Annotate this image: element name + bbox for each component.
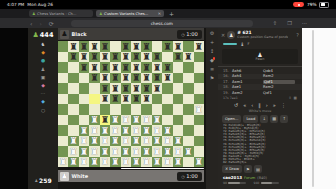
board-square[interactable] xyxy=(183,73,193,84)
board-square[interactable]: ♜ xyxy=(131,146,141,157)
social-icon[interactable]: ♟ xyxy=(41,68,45,73)
board-square[interactable] xyxy=(162,115,172,126)
white-rook-piece: ♜ xyxy=(69,136,78,146)
board-square[interactable]: ♜ xyxy=(141,41,151,52)
board-square[interactable] xyxy=(121,104,131,115)
playback-control-icon[interactable]: « xyxy=(243,102,246,108)
black-rook-piece: ♜ xyxy=(111,63,120,73)
black-rook-piece: ♜ xyxy=(101,63,110,73)
footer-icon[interactable]: ⇧ xyxy=(289,96,292,100)
board-square[interactable]: ♜ xyxy=(100,62,110,73)
board-square[interactable]: ♜ xyxy=(141,62,151,73)
board-square[interactable] xyxy=(194,136,204,147)
board-square[interactable] xyxy=(110,41,120,52)
black-move[interactable]: Qxb4 xyxy=(263,69,294,73)
board-square[interactable]: ♜ xyxy=(79,62,89,73)
forward-button[interactable]: › xyxy=(39,20,41,27)
white-rook-piece: ♜ xyxy=(80,126,89,136)
board-square[interactable]: ♜ xyxy=(68,52,78,63)
board-square[interactable] xyxy=(58,104,68,115)
resign-flag-button[interactable]: ⚑ xyxy=(244,165,252,173)
black-rook-piece: ♜ xyxy=(90,63,99,73)
move-number: 18. xyxy=(223,85,232,89)
board-square[interactable]: ♜ xyxy=(100,94,110,105)
logo-pawn-icon: ♟ xyxy=(33,31,39,39)
board-square[interactable] xyxy=(68,104,78,115)
board-square[interactable] xyxy=(183,136,193,147)
board-square[interactable]: ♜ xyxy=(173,157,183,168)
load-button[interactable]: Load xyxy=(243,115,258,123)
black-rook-piece: ♜ xyxy=(90,73,99,83)
black-rook-piece: ♜ xyxy=(142,63,151,73)
board-square[interactable] xyxy=(183,83,193,94)
tv-icon[interactable]: ▣ xyxy=(41,76,46,81)
board-square[interactable] xyxy=(194,73,204,84)
board-square[interactable]: ♜ xyxy=(89,115,99,126)
close-icon[interactable]: ✕ xyxy=(221,32,225,38)
board-square[interactable] xyxy=(183,157,193,168)
white-rook-piece: ♜ xyxy=(153,115,162,125)
board-square[interactable] xyxy=(152,104,162,115)
white-move[interactable]: Axe1 xyxy=(232,85,263,89)
board-square[interactable]: ♜ xyxy=(131,136,141,147)
board-square[interactable]: ♜ xyxy=(89,41,99,52)
playback-control-icon[interactable]: ‖ xyxy=(258,102,261,108)
black-move[interactable]: Rxm2 xyxy=(263,74,294,78)
playback-controls: ↺«‹‖›»⋮ xyxy=(218,100,302,109)
board-square[interactable] xyxy=(141,104,151,115)
white-move[interactable]: Axm2 xyxy=(232,91,263,95)
board-square[interactable] xyxy=(79,73,89,84)
board-square[interactable] xyxy=(79,115,89,126)
board-square[interactable]: ♜ xyxy=(152,157,162,168)
board-square[interactable]: ♜ xyxy=(110,115,120,126)
black-move[interactable]: Qxf1 xyxy=(263,91,294,95)
board-square[interactable]: ♜ xyxy=(89,157,99,168)
white-rook-piece: ♜ xyxy=(122,157,131,167)
board-square[interactable] xyxy=(68,62,78,73)
board-square[interactable]: ♜ xyxy=(173,52,183,63)
board-square[interactable] xyxy=(58,136,68,147)
black-avatar[interactable]: ♟ xyxy=(60,30,69,39)
board-square[interactable]: ♜ xyxy=(131,52,141,63)
board-square[interactable] xyxy=(68,73,78,84)
move-list-table: 15.Axh6Qxb416.Axh4Rxm217.Axm1Qxf118.Axe1… xyxy=(218,68,302,95)
white-rook-piece: ♜ xyxy=(90,115,99,125)
board-square[interactable]: ♜ xyxy=(100,41,110,52)
board-square[interactable]: ♜ xyxy=(141,115,151,126)
board-square[interactable] xyxy=(79,83,89,94)
board-square[interactable]: ♜ xyxy=(110,62,120,73)
white-rook-piece: ♜ xyxy=(163,157,172,167)
board-square[interactable]: ♜ xyxy=(110,52,120,63)
board-square[interactable] xyxy=(183,94,193,105)
tab-custom-variants[interactable]: ♟ Custom Variants Ches... ✕ xyxy=(96,10,164,17)
more-icon[interactable]: ⋯ xyxy=(41,92,46,97)
white-move[interactable]: Axh4 xyxy=(232,74,263,78)
board-square[interactable] xyxy=(183,125,193,136)
board-square[interactable]: ♜ xyxy=(100,125,110,136)
board-square[interactable]: ♜ xyxy=(162,62,172,73)
board-square[interactable]: ♜ xyxy=(152,136,162,147)
board-square[interactable] xyxy=(79,94,89,105)
board-square[interactable]: ♜ xyxy=(194,157,204,168)
premium-icon[interactable]: ◆ xyxy=(41,100,45,105)
black-rook-piece: ♜ xyxy=(101,84,110,94)
board-square[interactable] xyxy=(58,62,68,73)
board-square[interactable]: ♜ xyxy=(110,136,120,147)
white-rook-piece: ♜ xyxy=(90,147,99,157)
black-rook-piece: ♜ xyxy=(142,42,151,52)
board-square[interactable] xyxy=(183,41,193,52)
board-square[interactable] xyxy=(194,94,204,105)
board-square[interactable] xyxy=(58,146,68,157)
board-square[interactable]: ♜ xyxy=(141,94,151,105)
board-square[interactable]: ♜ xyxy=(89,125,99,136)
game-avatar: ♟ xyxy=(227,31,235,39)
board-square[interactable]: ♜ xyxy=(121,125,131,136)
eval-text: 17s 7ae1 xyxy=(223,96,238,100)
board-square[interactable] xyxy=(152,41,162,52)
recording-pill-icon[interactable] xyxy=(293,2,304,7)
new-game-icon[interactable]: + xyxy=(210,40,214,45)
tab-chess-variants[interactable]: ♟ Chess Variants - Ch... xyxy=(29,10,93,17)
move-number: 16. xyxy=(223,74,232,78)
board-square[interactable]: ♜ xyxy=(89,62,99,73)
panel-icon-button[interactable]: ▦ xyxy=(270,115,278,123)
sidebar-bottom-counter: ♟ 259 xyxy=(28,177,58,184)
board-square[interactable]: ♜ xyxy=(79,146,89,157)
board-square[interactable]: ♜ xyxy=(131,157,141,168)
board-square[interactable] xyxy=(194,52,204,63)
reload-button[interactable]: ⟳ xyxy=(49,20,54,27)
board-square[interactable] xyxy=(89,94,99,105)
playback-control-icon[interactable]: ↺ xyxy=(234,102,238,108)
board-square[interactable]: ♜ xyxy=(79,125,89,136)
board-square[interactable]: ♜ xyxy=(152,73,162,84)
black-move[interactable]: Rxm2 xyxy=(263,85,294,89)
board-square[interactable]: ♜ xyxy=(152,62,162,73)
board-square[interactable]: ♜ xyxy=(121,136,131,147)
white-rook-piece: ♜ xyxy=(163,147,172,157)
menu-lines-icon[interactable]: ≡ xyxy=(210,67,214,72)
black-rook-piece: ♜ xyxy=(101,42,110,52)
board-square[interactable]: ♜ xyxy=(100,83,110,94)
board-square[interactable]: ♜ xyxy=(68,41,78,52)
settings-gear-icon[interactable]: ⚙ xyxy=(210,31,214,36)
board-square[interactable]: ♜ xyxy=(141,83,151,94)
board-square[interactable]: ♜ xyxy=(131,125,141,136)
black-move[interactable]: Qxf1 xyxy=(263,80,295,84)
board-square[interactable]: ♜ xyxy=(68,157,78,168)
watch-icon[interactable]: ● xyxy=(41,59,45,64)
board-square[interactable] xyxy=(183,115,193,126)
board-square[interactable]: ♜ xyxy=(58,157,68,168)
board-square[interactable]: ♜ xyxy=(152,115,162,126)
address-bar[interactable]: chess.com xyxy=(71,20,253,27)
playback-control-icon[interactable]: ‹ xyxy=(251,102,253,108)
board-square[interactable] xyxy=(183,104,193,115)
board-square[interactable]: ♜ xyxy=(141,157,151,168)
black-rook-piece: ♜ xyxy=(80,63,89,73)
board-square[interactable] xyxy=(58,73,68,84)
board-square[interactable] xyxy=(162,94,172,105)
board-square[interactable] xyxy=(79,104,89,115)
board-square[interactable] xyxy=(162,83,172,94)
board-square[interactable]: ♜ xyxy=(89,136,99,147)
board-square[interactable] xyxy=(68,83,78,94)
board-square[interactable] xyxy=(173,62,183,73)
board-square[interactable] xyxy=(131,104,141,115)
board-square[interactable]: ♜ xyxy=(121,115,131,126)
url-text: chess.com xyxy=(151,21,173,26)
board-square[interactable]: ♜ xyxy=(131,83,141,94)
board-square[interactable]: ♜ xyxy=(121,157,131,168)
board-square[interactable] xyxy=(152,94,162,105)
move-log[interactable]: 70. Rxh6(d6)+ · Bfxg5(j5)71. Rc8(j5)+ · … xyxy=(218,123,302,164)
board-square[interactable] xyxy=(173,115,183,126)
board-square[interactable]: ♜ xyxy=(110,125,120,136)
white-rook-piece: ♜ xyxy=(132,147,141,157)
white-avatar[interactable]: ♟ xyxy=(60,172,69,181)
move-list-footer-icons: ⇧▦ xyxy=(287,96,297,100)
board-square[interactable]: ♜ xyxy=(110,157,120,168)
board-square[interactable] xyxy=(58,115,68,126)
board-square[interactable]: ♜ xyxy=(173,41,183,52)
board-square[interactable]: ♜ xyxy=(121,62,131,73)
more-menu-icon[interactable]: ⋯ xyxy=(302,20,307,26)
board-square[interactable]: ♜ xyxy=(89,73,99,84)
board-square[interactable]: ♜ xyxy=(194,104,204,115)
board-square[interactable]: ♜ xyxy=(100,115,110,126)
board-square[interactable]: ♜ xyxy=(121,73,131,84)
white-move[interactable]: Axm1 xyxy=(232,80,263,84)
bottom-player-bar: ♟ White ◷ 1:00 xyxy=(58,170,204,182)
white-clock-time: 1:00 xyxy=(186,173,198,179)
board-square[interactable]: ♜ xyxy=(141,73,151,84)
board-square[interactable]: ♜ xyxy=(110,73,120,84)
board-square[interactable]: ♜ xyxy=(100,73,110,84)
flag-icon[interactable]: ⚑ xyxy=(210,76,214,81)
board-square[interactable] xyxy=(58,83,68,94)
variant-piece-icon: ♝ xyxy=(240,41,244,47)
tabs-overview-icon[interactable]: ❐ xyxy=(287,20,292,26)
board-square[interactable] xyxy=(58,125,68,136)
board-square[interactable]: ♜ xyxy=(131,115,141,126)
board-square[interactable]: ♜ xyxy=(183,146,193,157)
white-rook-piece: ♜ xyxy=(132,115,141,125)
board-square[interactable] xyxy=(58,94,68,105)
board-square[interactable]: ♜ xyxy=(110,83,120,94)
board-square[interactable] xyxy=(173,73,183,84)
white-rook-piece: ♜ xyxy=(174,157,183,167)
alerts-icon[interactable]: ◆ xyxy=(210,58,214,63)
browser-toolbar: ‹ › ⟳ chess.com ⇧ ❐ ⋯ xyxy=(0,18,336,28)
board-square[interactable]: ♜ xyxy=(131,73,141,84)
status-date: Mon Aug 26 xyxy=(27,2,53,7)
board-square[interactable]: ♜ xyxy=(121,94,131,105)
panel-icon-button[interactable]: ↑ xyxy=(280,115,288,123)
board-square[interactable] xyxy=(58,41,68,52)
variants-side-panel: ✕ ♟ # 621 Custom position Game of ponds … xyxy=(218,28,302,189)
board-square[interactable]: ♜ xyxy=(100,136,110,147)
share-icon[interactable]: ⇧ xyxy=(273,20,277,26)
board-square[interactable]: ♜ xyxy=(89,52,99,63)
back-button[interactable]: ‹ xyxy=(30,20,32,27)
board-square[interactable]: ♜ xyxy=(131,62,141,73)
white-rook-piece: ♜ xyxy=(163,126,172,136)
black-rook-piece: ♜ xyxy=(142,52,151,62)
white-rook-piece: ♜ xyxy=(195,157,204,167)
scrollbar[interactable] xyxy=(312,30,314,187)
banner-label: Pawn xyxy=(256,58,265,62)
board-options-button[interactable]: ▤ xyxy=(254,165,262,173)
board-square[interactable]: ♜ xyxy=(162,41,172,52)
board-square[interactable]: ♜ xyxy=(121,41,131,52)
board-square[interactable]: ♜ xyxy=(89,146,99,157)
board-square[interactable]: ♜ xyxy=(100,157,110,168)
board-square[interactable]: ♜ xyxy=(194,41,204,52)
board-square[interactable]: ♜ xyxy=(162,146,172,157)
board-square[interactable] xyxy=(194,146,204,157)
play-icon[interactable]: ♞ xyxy=(41,43,45,48)
board-square[interactable]: ♜ xyxy=(141,52,151,63)
board-square[interactable]: ♜ xyxy=(121,146,131,157)
close-tab-icon[interactable]: ✕ xyxy=(158,11,161,16)
board-square[interactable] xyxy=(173,104,183,115)
white-rook-piece: ♜ xyxy=(174,147,183,157)
board-square[interactable] xyxy=(162,104,172,115)
board-square[interactable] xyxy=(183,62,193,73)
white-rook-piece: ♜ xyxy=(90,157,99,167)
board-square[interactable] xyxy=(162,52,172,63)
board-square[interactable] xyxy=(68,94,78,105)
board-square[interactable]: ♜ xyxy=(162,136,172,147)
board-square[interactable]: ♜ xyxy=(152,52,162,63)
board-square[interactable] xyxy=(110,104,120,115)
black-rook-piece: ♜ xyxy=(69,52,78,62)
board-square[interactable]: ♜ xyxy=(141,136,151,147)
board-square[interactable]: ♜ xyxy=(183,52,193,63)
variant-letter: F xyxy=(247,42,249,46)
board-square[interactable] xyxy=(100,104,110,115)
board-square[interactable]: ♜ xyxy=(162,157,172,168)
board-square[interactable]: ♜ xyxy=(131,41,141,52)
white-rook-piece: ♜ xyxy=(101,136,110,146)
board-square[interactable]: ♜ xyxy=(121,52,131,63)
meter-fill xyxy=(228,182,239,184)
board-square[interactable]: ♜ xyxy=(152,125,162,136)
black-rook-piece: ♜ xyxy=(153,84,162,94)
white-rook-piece: ♜ xyxy=(80,147,89,157)
new-tab-button[interactable]: + xyxy=(169,10,174,17)
black-rook-piece: ♜ xyxy=(132,94,141,104)
white-rook-piece: ♜ xyxy=(90,136,99,146)
board-square[interactable] xyxy=(68,115,78,126)
board-square[interactable]: ♜ xyxy=(68,136,78,147)
white-move[interactable]: Axh6 xyxy=(232,69,263,73)
board-square[interactable] xyxy=(89,104,99,115)
white-rook-piece: ♜ xyxy=(122,147,131,157)
help-icon[interactable]: ? xyxy=(296,32,299,38)
board-square[interactable]: ♜ xyxy=(162,73,172,84)
board-square[interactable]: ♜ xyxy=(121,83,131,94)
board-square[interactable]: ♜ xyxy=(110,146,120,157)
meter-track xyxy=(228,182,246,184)
board-square[interactable]: ♜ xyxy=(100,146,110,157)
news-icon[interactable]: ◆ xyxy=(41,84,45,89)
board-square[interactable]: ♜ xyxy=(110,94,120,105)
black-rook-piece: ♜ xyxy=(132,63,141,73)
board-square[interactable]: ♜ xyxy=(68,146,78,157)
board-square[interactable] xyxy=(173,125,183,136)
chesscom-logo[interactable]: ♟ 444 xyxy=(28,28,58,41)
page-right-margin xyxy=(302,28,336,189)
board-square[interactable]: ♜ xyxy=(152,83,162,94)
white-rook-piece: ♜ xyxy=(80,157,89,167)
open-button[interactable]: Open... xyxy=(222,115,241,123)
board-square[interactable]: ♜ xyxy=(173,146,183,157)
board-square[interactable] xyxy=(194,125,204,136)
white-rook-piece: ♜ xyxy=(153,157,162,167)
white-rook-piece: ♜ xyxy=(132,157,141,167)
board-square[interactable]: ♜ xyxy=(79,41,89,52)
playback-control-icon[interactable]: › xyxy=(266,102,268,108)
board-square[interactable] xyxy=(194,62,204,73)
playback-control-icon[interactable]: ⋮ xyxy=(281,102,286,108)
draw-button[interactable]: ✕ Draw xyxy=(222,165,242,173)
learn-icon[interactable]: ◆ xyxy=(41,51,45,56)
playback-control-icon[interactable]: » xyxy=(273,102,276,108)
board-square[interactable] xyxy=(194,83,204,94)
flip-board-icon[interactable]: ↕ xyxy=(210,49,214,54)
board-square[interactable] xyxy=(173,94,183,105)
meter-label: 940 xyxy=(253,181,259,185)
board-square[interactable]: ♜ xyxy=(141,125,151,136)
black-rook-piece: ♜ xyxy=(163,73,172,83)
black-rook-piece: ♜ xyxy=(132,73,141,83)
black-clock: ◷ 1:00 xyxy=(177,30,202,39)
search-icon[interactable]: ○ xyxy=(41,109,45,114)
chess-board[interactable]: ♜♜♜♜♜♜♜♜♜♜♜♜♜♜♜♜♜♜♜♜♜♜♜♜♜♜♜♜♜♜♜♜♜♜♜♜♜♜♜♜… xyxy=(58,41,204,167)
board-square[interactable]: ♜ xyxy=(79,136,89,147)
white-rook-piece: ♜ xyxy=(111,126,120,136)
board-square[interactable]: ♜ xyxy=(152,146,162,157)
black-rook-piece: ♜ xyxy=(142,94,151,104)
white-rook-piece: ♜ xyxy=(101,147,110,157)
move-number: 15. xyxy=(223,69,232,73)
panel-icon-button[interactable]: ↓ xyxy=(260,115,268,123)
footer-icon[interactable]: ▦ xyxy=(294,96,297,100)
board-square[interactable] xyxy=(173,83,183,94)
black-rook-piece: ♜ xyxy=(122,94,131,104)
board-square[interactable]: ♜ xyxy=(100,52,110,63)
black-rook-piece: ♜ xyxy=(132,42,141,52)
window-left-margin xyxy=(0,28,28,189)
clock-icon: ◷ xyxy=(181,32,185,37)
board-square[interactable] xyxy=(89,83,99,94)
board-square[interactable]: ♜ xyxy=(131,94,141,105)
board-square[interactable]: ♜ xyxy=(141,146,151,157)
board-square[interactable]: ♜ xyxy=(79,157,89,168)
move-number: 19. xyxy=(223,91,232,95)
board-square[interactable]: ♜ xyxy=(173,136,183,147)
board-square[interactable] xyxy=(68,125,78,136)
board-square[interactable]: ♜ xyxy=(79,52,89,63)
board-square[interactable]: ♜ xyxy=(162,125,172,136)
board-square[interactable] xyxy=(58,52,68,63)
board-square[interactable] xyxy=(194,115,204,126)
